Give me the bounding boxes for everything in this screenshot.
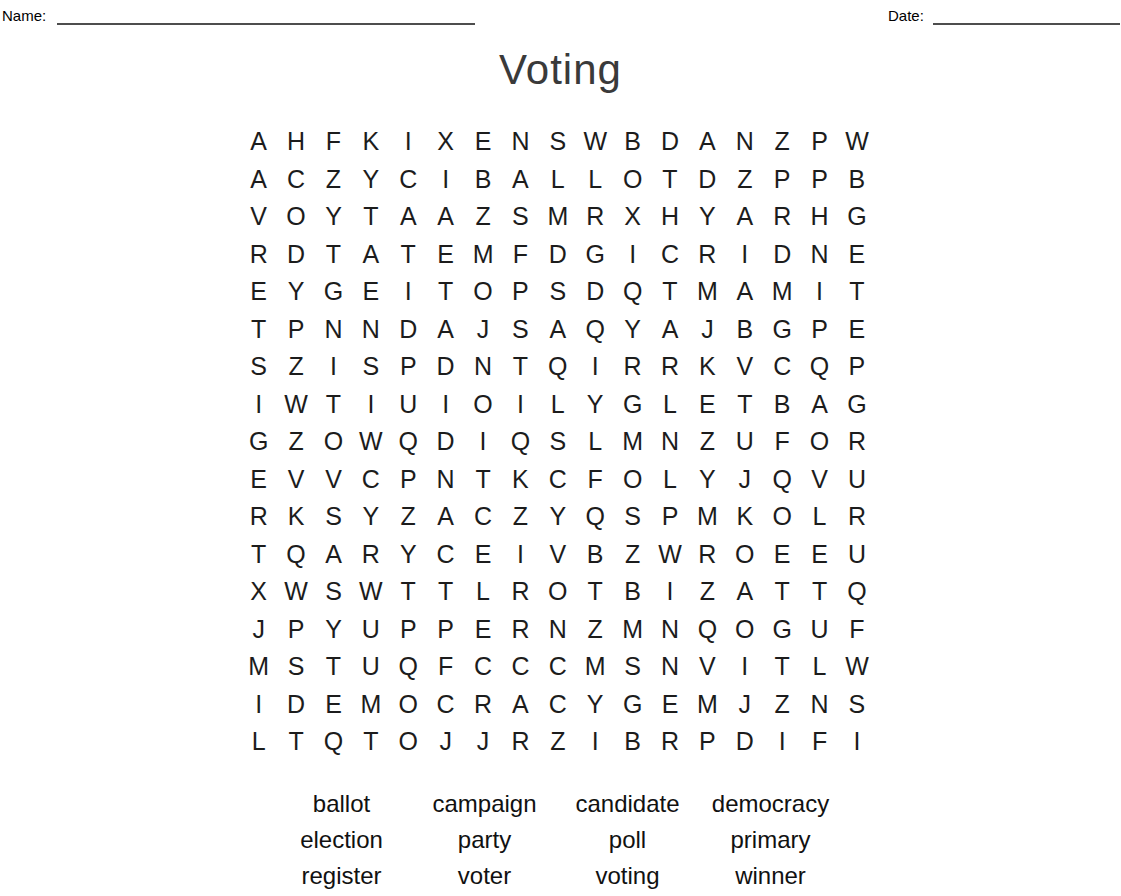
- grid-cell: T: [801, 573, 838, 611]
- grid-cell: M: [352, 686, 389, 724]
- grid-cell: J: [427, 723, 464, 761]
- grid-cell: P: [390, 611, 427, 649]
- grid-cell: F: [315, 123, 352, 161]
- grid-cell: S: [614, 498, 651, 536]
- word-list-item: democracy: [699, 786, 842, 822]
- grid-cell: N: [651, 648, 688, 686]
- grid-cell: T: [464, 461, 501, 499]
- grid-cell: A: [801, 386, 838, 424]
- grid-cell: T: [315, 648, 352, 686]
- grid-cell: I: [838, 723, 875, 761]
- grid-cell: T: [763, 573, 800, 611]
- grid-cell: V: [315, 461, 352, 499]
- grid-cell: W: [838, 123, 875, 161]
- grid-cell: S: [539, 423, 576, 461]
- word-list-item: winner: [699, 858, 842, 894]
- grid-cell: O: [390, 723, 427, 761]
- grid-cell: S: [315, 498, 352, 536]
- grid-cell: Z: [277, 348, 314, 386]
- name-label: Name:: [2, 7, 46, 24]
- grid-cell: Q: [539, 348, 576, 386]
- grid-cell: K: [277, 498, 314, 536]
- grid-cell: S: [539, 123, 576, 161]
- grid-cell: D: [763, 236, 800, 274]
- grid-cell: T: [427, 273, 464, 311]
- grid-cell: Z: [539, 723, 576, 761]
- grid-cell: N: [352, 311, 389, 349]
- grid-cell: U: [838, 536, 875, 574]
- grid-cell: Y: [352, 161, 389, 199]
- grid-cell: D: [390, 311, 427, 349]
- grid-cell: E: [464, 123, 501, 161]
- grid-cell: N: [315, 311, 352, 349]
- grid-cell: E: [240, 273, 277, 311]
- grid-cell: S: [614, 648, 651, 686]
- grid-cell: I: [315, 348, 352, 386]
- grid-cell: A: [352, 236, 389, 274]
- grid-cell: V: [689, 648, 726, 686]
- grid-cell: A: [726, 573, 763, 611]
- grid-cell: V: [277, 461, 314, 499]
- grid-cell: B: [577, 536, 614, 574]
- grid-cell: I: [240, 686, 277, 724]
- grid-cell: I: [614, 236, 651, 274]
- grid-cell: T: [502, 348, 539, 386]
- grid-cell: M: [464, 236, 501, 274]
- grid-cell: D: [277, 236, 314, 274]
- grid-cell: I: [763, 723, 800, 761]
- grid-cell: M: [689, 686, 726, 724]
- word-list-item: party: [413, 822, 556, 858]
- grid-cell: Q: [763, 461, 800, 499]
- grid-cell: S: [315, 573, 352, 611]
- grid-cell: F: [763, 423, 800, 461]
- grid-cell: I: [240, 386, 277, 424]
- grid-cell: C: [464, 648, 501, 686]
- grid-cell: K: [502, 461, 539, 499]
- grid-cell: L: [651, 386, 688, 424]
- name-blank-line: [57, 4, 475, 25]
- grid-cell: P: [763, 161, 800, 199]
- grid-cell: X: [614, 198, 651, 236]
- grid-cell: I: [502, 386, 539, 424]
- grid-cell: A: [427, 311, 464, 349]
- grid-cell: P: [651, 498, 688, 536]
- grid-cell: W: [277, 386, 314, 424]
- grid-cell: L: [464, 573, 501, 611]
- grid-cell: W: [838, 648, 875, 686]
- grid-cell: Y: [577, 386, 614, 424]
- grid-cell: X: [240, 573, 277, 611]
- word-list-item: campaign: [413, 786, 556, 822]
- grid-cell: M: [240, 648, 277, 686]
- grid-cell: L: [539, 161, 576, 199]
- grid-cell: D: [689, 161, 726, 199]
- grid-cell: Q: [689, 611, 726, 649]
- grid-cell: U: [352, 611, 389, 649]
- grid-cell: G: [763, 611, 800, 649]
- grid-cell: Q: [577, 498, 614, 536]
- grid-cell: E: [315, 686, 352, 724]
- grid-cell: Q: [577, 311, 614, 349]
- grid-cell: F: [502, 236, 539, 274]
- grid-cell: T: [240, 536, 277, 574]
- grid-cell: I: [427, 386, 464, 424]
- grid-cell: P: [801, 161, 838, 199]
- grid-cell: R: [651, 348, 688, 386]
- grid-cell: O: [726, 536, 763, 574]
- grid-cell: R: [689, 536, 726, 574]
- grid-cell: O: [801, 423, 838, 461]
- grid-cell: N: [801, 236, 838, 274]
- word-list: ballotcampaigncandidatedemocracyelection…: [270, 786, 842, 894]
- grid-cell: A: [726, 273, 763, 311]
- grid-cell: C: [390, 161, 427, 199]
- date-blank-line: [933, 4, 1120, 25]
- grid-cell: M: [689, 273, 726, 311]
- grid-cell: I: [651, 573, 688, 611]
- grid-cell: N: [502, 123, 539, 161]
- grid-cell: A: [315, 536, 352, 574]
- grid-cell: M: [614, 611, 651, 649]
- grid-cell: R: [689, 236, 726, 274]
- grid-cell: B: [614, 723, 651, 761]
- grid-cell: E: [352, 273, 389, 311]
- word-list-item: poll: [556, 822, 699, 858]
- grid-cell: G: [315, 273, 352, 311]
- grid-cell: K: [352, 123, 389, 161]
- grid-cell: T: [577, 573, 614, 611]
- grid-cell: P: [838, 348, 875, 386]
- grid-cell: H: [801, 198, 838, 236]
- word-list-item: register: [270, 858, 413, 894]
- grid-cell: C: [763, 348, 800, 386]
- grid-cell: E: [464, 611, 501, 649]
- word-list-item: ballot: [270, 786, 413, 822]
- grid-cell: A: [651, 311, 688, 349]
- grid-cell: I: [390, 273, 427, 311]
- grid-cell: Z: [689, 573, 726, 611]
- grid-cell: I: [726, 236, 763, 274]
- grid-cell: O: [390, 686, 427, 724]
- grid-cell: Q: [502, 423, 539, 461]
- grid-cell: T: [352, 198, 389, 236]
- grid-cell: Y: [315, 198, 352, 236]
- grid-cell: A: [689, 123, 726, 161]
- grid-cell: T: [240, 311, 277, 349]
- grid-cell: C: [427, 686, 464, 724]
- grid-cell: N: [427, 461, 464, 499]
- grid-cell: Z: [689, 423, 726, 461]
- grid-cell: M: [577, 648, 614, 686]
- grid-cell: R: [577, 198, 614, 236]
- grid-cell: D: [726, 723, 763, 761]
- grid-cell: Z: [502, 498, 539, 536]
- grid-cell: D: [427, 423, 464, 461]
- grid-cell: V: [240, 198, 277, 236]
- grid-cell: G: [240, 423, 277, 461]
- grid-cell: I: [390, 123, 427, 161]
- grid-cell: O: [726, 611, 763, 649]
- grid-cell: Y: [352, 498, 389, 536]
- grid-cell: E: [464, 536, 501, 574]
- grid-cell: Z: [614, 536, 651, 574]
- grid-cell: A: [427, 498, 464, 536]
- grid-cell: E: [838, 236, 875, 274]
- grid-cell: F: [427, 648, 464, 686]
- grid-cell: H: [651, 198, 688, 236]
- grid-cell: T: [838, 273, 875, 311]
- grid-cell: G: [838, 386, 875, 424]
- grid-cell: O: [614, 461, 651, 499]
- grid-cell: Z: [390, 498, 427, 536]
- grid-cell: T: [427, 573, 464, 611]
- grid-cell: N: [539, 611, 576, 649]
- grid-cell: B: [838, 161, 875, 199]
- grid-cell: G: [614, 386, 651, 424]
- grid-cell: A: [427, 198, 464, 236]
- grid-cell: Q: [838, 573, 875, 611]
- grid-cell: S: [539, 273, 576, 311]
- grid-cell: R: [838, 423, 875, 461]
- grid-cell: P: [689, 723, 726, 761]
- grid-cell: T: [315, 236, 352, 274]
- grid-cell: E: [240, 461, 277, 499]
- grid-cell: R: [502, 723, 539, 761]
- grid-cell: M: [539, 198, 576, 236]
- grid-cell: J: [464, 723, 501, 761]
- grid-cell: O: [464, 273, 501, 311]
- grid-cell: U: [801, 611, 838, 649]
- grid-cell: A: [502, 686, 539, 724]
- grid-cell: A: [240, 161, 277, 199]
- grid-cell: G: [763, 311, 800, 349]
- grid-cell: Z: [763, 123, 800, 161]
- grid-cell: S: [277, 648, 314, 686]
- grid-cell: I: [464, 423, 501, 461]
- grid-cell: B: [614, 573, 651, 611]
- grid-cell: Y: [539, 498, 576, 536]
- grid-cell: N: [651, 611, 688, 649]
- grid-cell: J: [464, 311, 501, 349]
- grid-cell: Y: [315, 611, 352, 649]
- grid-cell: B: [726, 311, 763, 349]
- grid-cell: K: [726, 498, 763, 536]
- word-list-item: candidate: [556, 786, 699, 822]
- grid-cell: T: [651, 273, 688, 311]
- grid-cell: A: [390, 198, 427, 236]
- grid-cell: K: [689, 348, 726, 386]
- word-list-item: primary: [699, 822, 842, 858]
- grid-cell: Y: [277, 273, 314, 311]
- grid-cell: Q: [614, 273, 651, 311]
- grid-cell: R: [240, 498, 277, 536]
- grid-cell: E: [689, 386, 726, 424]
- grid-cell: C: [539, 461, 576, 499]
- grid-cell: E: [763, 536, 800, 574]
- grid-cell: O: [614, 161, 651, 199]
- grid-cell: R: [464, 686, 501, 724]
- grid-cell: Q: [390, 423, 427, 461]
- word-list-item: voting: [556, 858, 699, 894]
- grid-cell: F: [838, 611, 875, 649]
- grid-cell: P: [390, 461, 427, 499]
- grid-cell: L: [577, 423, 614, 461]
- grid-cell: R: [838, 498, 875, 536]
- grid-cell: W: [651, 536, 688, 574]
- grid-cell: H: [277, 123, 314, 161]
- grid-cell: Q: [277, 536, 314, 574]
- grid-cell: Q: [801, 348, 838, 386]
- grid-cell: O: [277, 198, 314, 236]
- grid-cell: C: [651, 236, 688, 274]
- grid-cell: S: [838, 686, 875, 724]
- grid-cell: T: [726, 386, 763, 424]
- grid-cell: S: [502, 198, 539, 236]
- grid-cell: L: [801, 648, 838, 686]
- grid-cell: N: [651, 423, 688, 461]
- grid-cell: X: [427, 123, 464, 161]
- grid-cell: S: [502, 311, 539, 349]
- grid-cell: Z: [763, 686, 800, 724]
- grid-cell: Y: [577, 686, 614, 724]
- grid-cell: M: [614, 423, 651, 461]
- grid-cell: D: [651, 123, 688, 161]
- grid-cell: P: [801, 311, 838, 349]
- grid-cell: Y: [390, 536, 427, 574]
- grid-cell: M: [689, 498, 726, 536]
- grid-cell: C: [502, 648, 539, 686]
- grid-cell: Z: [315, 161, 352, 199]
- grid-cell: I: [577, 348, 614, 386]
- grid-cell: T: [390, 573, 427, 611]
- word-list-item: election: [270, 822, 413, 858]
- grid-cell: G: [577, 236, 614, 274]
- grid-cell: Q: [390, 648, 427, 686]
- grid-cell: A: [726, 198, 763, 236]
- grid-cell: T: [651, 161, 688, 199]
- grid-cell: D: [539, 236, 576, 274]
- grid-cell: A: [240, 123, 277, 161]
- grid-cell: O: [315, 423, 352, 461]
- grid-cell: D: [427, 348, 464, 386]
- grid-cell: D: [577, 273, 614, 311]
- grid-cell: I: [352, 386, 389, 424]
- grid-cell: T: [315, 386, 352, 424]
- grid-cell: E: [427, 236, 464, 274]
- grid-cell: S: [240, 348, 277, 386]
- grid-cell: M: [763, 273, 800, 311]
- word-list-item: voter: [413, 858, 556, 894]
- grid-cell: W: [577, 123, 614, 161]
- grid-cell: I: [427, 161, 464, 199]
- grid-cell: P: [427, 611, 464, 649]
- grid-cell: B: [464, 161, 501, 199]
- grid-cell: C: [277, 161, 314, 199]
- grid-cell: W: [277, 573, 314, 611]
- grid-cell: L: [801, 498, 838, 536]
- grid-cell: R: [240, 236, 277, 274]
- puzzle-title: Voting: [0, 46, 1121, 94]
- grid-cell: T: [352, 723, 389, 761]
- grid-cell: I: [801, 273, 838, 311]
- grid-cell: E: [838, 311, 875, 349]
- grid-cell: U: [390, 386, 427, 424]
- grid-cell: C: [539, 648, 576, 686]
- grid-cell: B: [763, 386, 800, 424]
- word-search-grid: AHFKIXENSWBDANZPWACZYCIBALLOTDZPPBVOYTAA…: [240, 123, 876, 761]
- grid-cell: L: [240, 723, 277, 761]
- grid-cell: Y: [614, 311, 651, 349]
- grid-cell: J: [689, 311, 726, 349]
- grid-cell: I: [726, 648, 763, 686]
- grid-cell: Z: [726, 161, 763, 199]
- grid-cell: G: [614, 686, 651, 724]
- grid-cell: P: [390, 348, 427, 386]
- grid-cell: O: [763, 498, 800, 536]
- grid-cell: V: [539, 536, 576, 574]
- grid-cell: P: [277, 611, 314, 649]
- grid-cell: N: [726, 123, 763, 161]
- grid-cell: L: [577, 161, 614, 199]
- grid-cell: A: [502, 161, 539, 199]
- grid-cell: I: [502, 536, 539, 574]
- grid-cell: Y: [689, 198, 726, 236]
- grid-cell: P: [277, 311, 314, 349]
- grid-cell: O: [539, 573, 576, 611]
- grid-cell: R: [614, 348, 651, 386]
- grid-cell: R: [502, 573, 539, 611]
- grid-cell: D: [277, 686, 314, 724]
- grid-cell: N: [464, 348, 501, 386]
- grid-cell: U: [352, 648, 389, 686]
- grid-cell: J: [726, 686, 763, 724]
- grid-cell: W: [352, 423, 389, 461]
- grid-cell: L: [539, 386, 576, 424]
- grid-cell: P: [502, 273, 539, 311]
- grid-cell: S: [352, 348, 389, 386]
- grid-cell: T: [390, 236, 427, 274]
- grid-cell: Q: [315, 723, 352, 761]
- grid-cell: F: [577, 461, 614, 499]
- grid-cell: C: [539, 686, 576, 724]
- grid-cell: B: [614, 123, 651, 161]
- grid-cell: G: [838, 198, 875, 236]
- grid-cell: V: [801, 461, 838, 499]
- grid-cell: Y: [689, 461, 726, 499]
- grid-cell: R: [651, 723, 688, 761]
- grid-cell: N: [801, 686, 838, 724]
- grid-cell: T: [277, 723, 314, 761]
- grid-cell: R: [352, 536, 389, 574]
- grid-cell: Z: [577, 611, 614, 649]
- grid-cell: P: [801, 123, 838, 161]
- grid-cell: R: [502, 611, 539, 649]
- grid-cell: J: [240, 611, 277, 649]
- grid-cell: Z: [464, 198, 501, 236]
- grid-cell: T: [763, 648, 800, 686]
- grid-cell: W: [352, 573, 389, 611]
- grid-cell: U: [838, 461, 875, 499]
- grid-cell: C: [352, 461, 389, 499]
- grid-cell: E: [801, 536, 838, 574]
- grid-cell: O: [464, 386, 501, 424]
- grid-cell: J: [726, 461, 763, 499]
- grid-cell: E: [651, 686, 688, 724]
- grid-cell: C: [427, 536, 464, 574]
- grid-cell: U: [726, 423, 763, 461]
- grid-cell: C: [464, 498, 501, 536]
